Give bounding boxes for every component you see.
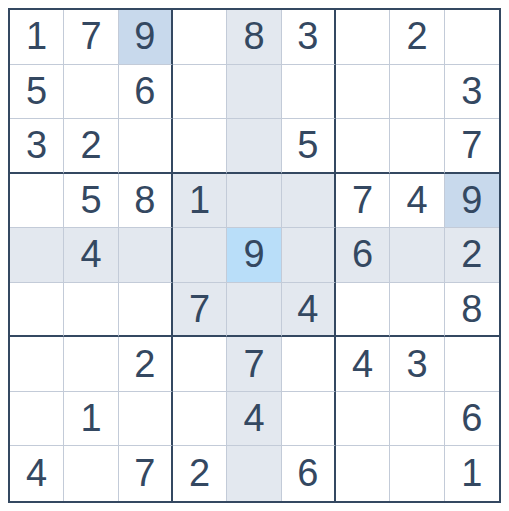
- cell-digit: 7: [189, 288, 210, 331]
- cell-digit: 7: [80, 15, 101, 58]
- cell-r1c1[interactable]: 1: [10, 10, 64, 65]
- cell-r4c5[interactable]: [227, 174, 281, 229]
- cell-digit: 4: [80, 233, 101, 276]
- cell-r8c4[interactable]: [173, 392, 227, 447]
- cell-r9c1[interactable]: 4: [10, 446, 64, 501]
- cell-digit: 7: [134, 452, 155, 495]
- cell-r6c3[interactable]: [119, 283, 173, 338]
- cell-digit: 5: [80, 179, 101, 222]
- sudoku-board: 17983256332575817494962748274314647261: [8, 8, 501, 503]
- cell-r3c4[interactable]: [173, 119, 227, 174]
- cell-r5c9[interactable]: 2: [445, 228, 499, 283]
- cell-digit: 3: [26, 124, 47, 167]
- cell-r7c8[interactable]: 3: [390, 337, 444, 392]
- cell-r2c9[interactable]: 3: [445, 65, 499, 120]
- cell-r7c3[interactable]: 2: [119, 337, 173, 392]
- cell-r7c5[interactable]: 7: [227, 337, 281, 392]
- cell-r5c5[interactable]: 9: [227, 228, 281, 283]
- cell-r1c8[interactable]: 2: [390, 10, 444, 65]
- cell-r6c5[interactable]: [227, 283, 281, 338]
- cell-r5c6[interactable]: [282, 228, 336, 283]
- cell-digit: 7: [243, 343, 264, 386]
- cell-digit: 1: [189, 179, 210, 222]
- cell-digit: 7: [461, 124, 482, 167]
- cell-digit: 6: [134, 70, 155, 113]
- cell-r1c5[interactable]: 8: [227, 10, 281, 65]
- cell-r3c6[interactable]: 5: [282, 119, 336, 174]
- cell-digit: 6: [352, 233, 373, 276]
- cell-digit: 8: [461, 288, 482, 331]
- cell-r4c6[interactable]: [282, 174, 336, 229]
- cell-r4c4[interactable]: 1: [173, 174, 227, 229]
- cell-r9c4[interactable]: 2: [173, 446, 227, 501]
- cell-r3c9[interactable]: 7: [445, 119, 499, 174]
- cell-digit: 7: [352, 179, 373, 222]
- cell-r4c1[interactable]: [10, 174, 64, 229]
- cell-r8c3[interactable]: [119, 392, 173, 447]
- cell-digit: 9: [461, 179, 482, 222]
- cell-r7c4[interactable]: [173, 337, 227, 392]
- cell-r4c7[interactable]: 7: [336, 174, 390, 229]
- cell-r1c7[interactable]: [336, 10, 390, 65]
- cell-r6c2[interactable]: [64, 283, 118, 338]
- cell-r2c6[interactable]: [282, 65, 336, 120]
- cell-r8c5[interactable]: 4: [227, 392, 281, 447]
- cell-r2c1[interactable]: 5: [10, 65, 64, 120]
- cell-r8c2[interactable]: 1: [64, 392, 118, 447]
- cell-digit: 9: [243, 233, 264, 276]
- cell-r6c9[interactable]: 8: [445, 283, 499, 338]
- cell-digit: 6: [461, 397, 482, 440]
- cell-digit: 8: [134, 179, 155, 222]
- cell-r5c2[interactable]: 4: [64, 228, 118, 283]
- cell-digit: 2: [80, 124, 101, 167]
- cell-r9c7[interactable]: [336, 446, 390, 501]
- cell-r5c4[interactable]: [173, 228, 227, 283]
- cell-digit: 4: [352, 343, 373, 386]
- cell-r2c4[interactable]: [173, 65, 227, 120]
- cell-r4c8[interactable]: 4: [390, 174, 444, 229]
- cell-r1c2[interactable]: 7: [64, 10, 118, 65]
- cell-digit: 2: [134, 343, 155, 386]
- cell-digit: 2: [461, 233, 482, 276]
- cell-r9c6[interactable]: 6: [282, 446, 336, 501]
- cell-r1c3[interactable]: 9: [119, 10, 173, 65]
- cell-digit: 4: [297, 288, 318, 331]
- cell-r5c3[interactable]: [119, 228, 173, 283]
- cell-r3c5[interactable]: [227, 119, 281, 174]
- cell-r3c7[interactable]: [336, 119, 390, 174]
- cell-digit: 6: [297, 452, 318, 495]
- cell-r7c9[interactable]: [445, 337, 499, 392]
- cell-r8c6[interactable]: [282, 392, 336, 447]
- cell-r2c5[interactable]: [227, 65, 281, 120]
- cell-digit: 2: [189, 452, 210, 495]
- cell-r6c8[interactable]: [390, 283, 444, 338]
- cell-r7c7[interactable]: 4: [336, 337, 390, 392]
- cell-digit: 4: [26, 452, 47, 495]
- cell-r7c6[interactable]: [282, 337, 336, 392]
- cell-r9c5[interactable]: [227, 446, 281, 501]
- cell-r9c2[interactable]: [64, 446, 118, 501]
- cell-r8c8[interactable]: [390, 392, 444, 447]
- cell-digit: 3: [297, 15, 318, 58]
- cell-r2c7[interactable]: [336, 65, 390, 120]
- cell-r9c8[interactable]: [390, 446, 444, 501]
- cell-r8c7[interactable]: [336, 392, 390, 447]
- cell-digit: 5: [26, 70, 47, 113]
- cell-r3c8[interactable]: [390, 119, 444, 174]
- cell-r8c1[interactable]: [10, 392, 64, 447]
- cell-digit: 4: [406, 179, 427, 222]
- cell-r5c1[interactable]: [10, 228, 64, 283]
- cell-r1c6[interactable]: 3: [282, 10, 336, 65]
- cell-r7c1[interactable]: [10, 337, 64, 392]
- cell-r8c9[interactable]: 6: [445, 392, 499, 447]
- cell-r7c2[interactable]: [64, 337, 118, 392]
- cell-r4c2[interactable]: 5: [64, 174, 118, 229]
- cell-r2c2[interactable]: [64, 65, 118, 120]
- cell-r1c4[interactable]: [173, 10, 227, 65]
- cell-r6c7[interactable]: [336, 283, 390, 338]
- cell-r1c9[interactable]: [445, 10, 499, 65]
- cell-r4c3[interactable]: 8: [119, 174, 173, 229]
- cell-digit: 1: [26, 15, 47, 58]
- cell-r2c8[interactable]: [390, 65, 444, 120]
- cell-r3c2[interactable]: 2: [64, 119, 118, 174]
- cell-r9c9[interactable]: 1: [445, 446, 499, 501]
- cell-r4c9[interactable]: 9: [445, 174, 499, 229]
- cell-r2c3[interactable]: 6: [119, 65, 173, 120]
- cell-r3c3[interactable]: [119, 119, 173, 174]
- cell-r6c1[interactable]: [10, 283, 64, 338]
- cell-digit: 3: [406, 343, 427, 386]
- cell-digit: 4: [243, 397, 264, 440]
- cell-r5c7[interactable]: 6: [336, 228, 390, 283]
- cell-digit: 2: [406, 15, 427, 58]
- cell-digit: 8: [243, 15, 264, 58]
- cell-digit: 1: [461, 452, 482, 495]
- cell-digit: 5: [297, 124, 318, 167]
- cell-r6c4[interactable]: 7: [173, 283, 227, 338]
- cell-r6c6[interactable]: 4: [282, 283, 336, 338]
- cell-digit: 9: [134, 15, 155, 58]
- cell-r9c3[interactable]: 7: [119, 446, 173, 501]
- cell-r3c1[interactable]: 3: [10, 119, 64, 174]
- cell-r5c8[interactable]: [390, 228, 444, 283]
- cell-digit: 3: [461, 70, 482, 113]
- cell-digit: 1: [80, 397, 101, 440]
